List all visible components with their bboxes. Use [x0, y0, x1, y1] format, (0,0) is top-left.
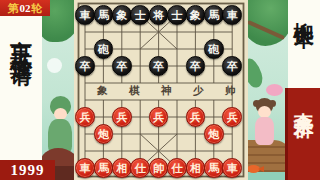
piece-black-c1r1[interactable]: 車	[75, 5, 95, 25]
piece-red-c8r8[interactable]: 炮	[204, 124, 224, 144]
piece-red-c3r10[interactable]: 相	[112, 158, 132, 178]
piece-red-c1r10[interactable]: 車	[75, 158, 95, 178]
piece-black-c4r1[interactable]: 士	[130, 5, 150, 25]
player-top-label: 柳大华	[288, 0, 320, 88]
piece-black-c9r4[interactable]: 卒	[222, 56, 242, 76]
piece-black-c2r3[interactable]: 砲	[94, 39, 114, 59]
left-glow-orb-illustration	[47, 58, 62, 73]
piece-black-c9r1[interactable]: 車	[222, 5, 242, 25]
round-badge: 第 02 轮	[0, 0, 50, 16]
piece-red-c2r10[interactable]: 馬	[94, 158, 114, 178]
round-suffix: 轮	[32, 3, 43, 14]
pieces-layer: 車馬象士将士象馬車砲砲卒卒卒卒卒兵兵兵兵兵炮炮車馬相仕帥仕相馬車	[76, 7, 242, 177]
player-bottom-label: 李来群	[288, 88, 320, 180]
thumbnail-canvas: 象棋神少帅 車馬象士将士象馬車砲砲卒卒卒卒卒兵兵兵兵兵炮炮車馬相仕帥仕相馬車 第…	[0, 0, 320, 180]
piece-black-c3r4[interactable]: 卒	[112, 56, 132, 76]
event-title: 亨王杯邀请	[0, 16, 42, 160]
piece-red-c2r8[interactable]: 炮	[94, 124, 114, 144]
year-badge: 1999	[0, 160, 55, 180]
piece-black-c1r4[interactable]: 卒	[75, 56, 95, 76]
piece-red-c5r10[interactable]: 帥	[149, 158, 169, 178]
piece-black-c7r1[interactable]: 象	[186, 5, 206, 25]
piece-red-c6r10[interactable]: 仕	[167, 158, 187, 178]
piece-black-c7r4[interactable]: 卒	[186, 56, 206, 76]
right-character-dress-illustration	[255, 117, 274, 145]
piece-red-c9r7[interactable]: 兵	[222, 107, 242, 127]
event-banner: 亨王杯邀请	[0, 16, 42, 160]
piece-black-c5r1[interactable]: 将	[149, 5, 169, 25]
piece-red-c4r10[interactable]: 仕	[130, 158, 150, 178]
round-prefix: 第	[8, 3, 19, 14]
piece-black-c6r1[interactable]: 士	[167, 5, 187, 25]
piece-black-c2r1[interactable]: 馬	[94, 5, 114, 25]
fish-tail-illustration	[258, 166, 264, 172]
piece-red-c8r10[interactable]: 馬	[204, 158, 224, 178]
piece-red-c7r7[interactable]: 兵	[186, 107, 206, 127]
piece-black-c8r1[interactable]: 馬	[204, 5, 224, 25]
lotus-illustration	[266, 84, 283, 96]
piece-black-c3r1[interactable]: 象	[112, 5, 132, 25]
piece-red-c7r10[interactable]: 相	[186, 158, 206, 178]
piece-red-c9r10[interactable]: 車	[222, 158, 242, 178]
piece-black-c5r4[interactable]: 卒	[149, 56, 169, 76]
player-name-bottom: 李来群	[285, 88, 320, 180]
round-number: 02	[19, 3, 32, 14]
piece-red-c5r7[interactable]: 兵	[149, 107, 169, 127]
piece-red-c1r7[interactable]: 兵	[75, 107, 95, 127]
piece-black-c8r3[interactable]: 砲	[204, 39, 224, 59]
player-name-top: 柳大华	[288, 0, 320, 88]
piece-red-c3r7[interactable]: 兵	[112, 107, 132, 127]
